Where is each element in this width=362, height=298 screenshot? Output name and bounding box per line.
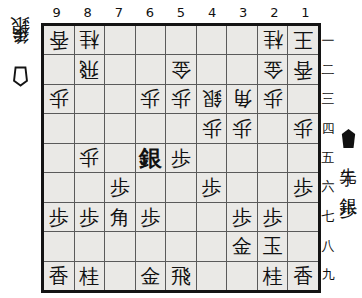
board-cell-7一[interactable] — [105, 26, 135, 54]
gote-piece-1二: 香 — [293, 60, 313, 80]
sente-piece-8九: 桂 — [79, 266, 99, 286]
board-cell-7八[interactable] — [105, 232, 135, 260]
sente-piece-9九: 香 — [49, 266, 69, 286]
sente-piece-3八: 金 — [232, 236, 252, 256]
rank-label-9: 九 — [320, 261, 336, 290]
board-cell-2三[interactable]: 歩 — [258, 85, 288, 113]
sente-piece-6九: 金 — [140, 266, 160, 286]
sente-player-label: 先手 — [340, 154, 357, 160]
sente-piece-7六: 歩 — [110, 177, 130, 197]
sente-piece-9七: 歩 — [49, 207, 69, 227]
gote-piece-1一: 王 — [293, 30, 313, 50]
file-label-2: 2 — [259, 3, 290, 21]
board-cell-5六[interactable] — [166, 173, 196, 201]
gote-piece-3四: 歩 — [232, 119, 252, 139]
board-cell-3八[interactable]: 金 — [227, 232, 257, 260]
sente-panel: 先手 銀歩 — [336, 128, 360, 188]
board-cell-3二[interactable] — [227, 55, 257, 83]
board-cell-3六[interactable] — [227, 173, 257, 201]
board-cell-8八[interactable] — [75, 232, 105, 260]
board-cell-5九[interactable]: 飛 — [166, 262, 196, 290]
gote-piece-5二: 金 — [171, 60, 191, 80]
board-cell-6五[interactable]: 銀 — [136, 144, 166, 172]
board-cell-8九[interactable]: 桂 — [75, 262, 105, 290]
file-label-6: 6 — [134, 3, 165, 21]
board-cell-1四[interactable]: 歩 — [288, 114, 318, 142]
sente-piece-1六: 歩 — [293, 177, 313, 197]
board-cell-4七[interactable] — [197, 203, 227, 231]
rank-label-7: 七 — [320, 202, 336, 231]
board-cell-7四[interactable] — [105, 114, 135, 142]
gote-piece-3三: 角 — [232, 89, 252, 109]
board-cell-2七[interactable]: 歩 — [258, 203, 288, 231]
rank-label-1: 一 — [320, 26, 336, 55]
board-cell-3七[interactable]: 歩 — [227, 203, 257, 231]
board-cell-1六[interactable]: 歩 — [288, 173, 318, 201]
board-cell-9八[interactable] — [44, 232, 74, 260]
board-cell-6六[interactable] — [136, 173, 166, 201]
board-cell-6九[interactable]: 金 — [136, 262, 166, 290]
board-cell-6二[interactable] — [136, 55, 166, 83]
gote-piece-icon — [11, 66, 30, 87]
board-cell-5一[interactable] — [166, 26, 196, 54]
rank-label-2: 二 — [320, 55, 336, 84]
board-cell-9六[interactable] — [44, 173, 74, 201]
board-cell-7六[interactable]: 歩 — [105, 173, 135, 201]
board-cell-6三[interactable]: 歩 — [136, 85, 166, 113]
rank-label-5: 五 — [320, 143, 336, 172]
board-cell-5五[interactable]: 歩 — [166, 144, 196, 172]
board-cell-4八[interactable] — [197, 232, 227, 260]
board-cell-5二[interactable]: 金 — [166, 55, 196, 83]
sente-piece-5五: 歩 — [171, 148, 191, 168]
board-cell-3三[interactable]: 角 — [227, 85, 257, 113]
gote-piece-4四: 歩 — [202, 119, 222, 139]
rank-label-3: 三 — [320, 85, 336, 114]
board-cell-3五[interactable] — [227, 144, 257, 172]
board-cell-4六[interactable]: 歩 — [197, 173, 227, 201]
board-cell-3九[interactable] — [227, 262, 257, 290]
board-cell-6一[interactable] — [136, 26, 166, 54]
board-cell-9二[interactable] — [44, 55, 74, 83]
board-cell-1二[interactable]: 香 — [288, 55, 318, 83]
board-cell-6八[interactable] — [136, 232, 166, 260]
sente-piece-3七: 歩 — [232, 207, 252, 227]
sente-piece-4六: 歩 — [202, 177, 222, 197]
file-label-4: 4 — [197, 3, 228, 21]
sente-piece-1九: 香 — [293, 266, 313, 286]
gote-piece-8一: 桂 — [79, 30, 99, 50]
file-label-1: 1 — [290, 3, 321, 21]
board-cell-8四[interactable] — [75, 114, 105, 142]
board-cell-8一[interactable]: 桂 — [75, 26, 105, 54]
board-cell-2一[interactable]: 桂 — [258, 26, 288, 54]
board-cell-6七[interactable]: 歩 — [136, 203, 166, 231]
board-cell-5四[interactable] — [166, 114, 196, 142]
board-cell-8五[interactable]: 歩 — [75, 144, 105, 172]
board-cell-9四[interactable] — [44, 114, 74, 142]
board-cell-7三[interactable] — [105, 85, 135, 113]
file-label-9: 9 — [41, 3, 72, 21]
board-cell-5三[interactable]: 歩 — [166, 85, 196, 113]
gote-piece-5三: 歩 — [171, 89, 191, 109]
gote-piece-1四: 歩 — [293, 119, 313, 139]
board-cell-8二[interactable]: 飛 — [75, 55, 105, 83]
file-labels: 987654321 — [41, 3, 321, 21]
board-cell-9五[interactable] — [44, 144, 74, 172]
board-cell-4五[interactable] — [197, 144, 227, 172]
board-cell-9九[interactable]: 香 — [44, 262, 74, 290]
sente-piece-6五: 銀 — [139, 146, 162, 169]
gote-panel: 銀 後手 — [7, 14, 33, 87]
board-cell-1五[interactable] — [288, 144, 318, 172]
rank-label-8: 八 — [320, 231, 336, 260]
sente-piece-2九: 桂 — [263, 266, 283, 286]
gote-piece-9三: 歩 — [49, 89, 69, 109]
gote-piece-2二: 金 — [263, 60, 283, 80]
board-cell-9三[interactable]: 歩 — [44, 85, 74, 113]
gote-piece-4三: 銀 — [202, 89, 222, 109]
file-label-5: 5 — [165, 3, 196, 21]
gote-player-label: 後手 — [12, 53, 29, 59]
board-cell-1七[interactable] — [288, 203, 318, 231]
file-label-7: 7 — [103, 3, 134, 21]
gote-hand-piece[interactable]: 銀 — [10, 14, 30, 37]
board-cell-9一[interactable]: 香 — [44, 26, 74, 54]
board-cell-2六[interactable] — [258, 173, 288, 201]
board-cell-8六[interactable] — [75, 173, 105, 201]
rank-label-4: 四 — [320, 114, 336, 143]
board-cell-3一[interactable] — [227, 26, 257, 54]
sente-piece-6七: 歩 — [140, 207, 160, 227]
file-label-8: 8 — [72, 3, 103, 21]
sente-piece-8七: 歩 — [79, 207, 99, 227]
board-cell-7九[interactable] — [105, 262, 135, 290]
board-cell-9七[interactable]: 歩 — [44, 203, 74, 231]
board-cell-7二[interactable] — [105, 55, 135, 83]
sente-piece-2七: 歩 — [263, 207, 283, 227]
gote-piece-2一: 桂 — [263, 30, 283, 50]
board-cell-8七[interactable]: 歩 — [75, 203, 105, 231]
board-cell-2四[interactable] — [258, 114, 288, 142]
board-cell-5八[interactable] — [166, 232, 196, 260]
board-cell-1九[interactable]: 香 — [288, 262, 318, 290]
board-cell-3四[interactable]: 歩 — [227, 114, 257, 142]
shogi-diagram: 銀 後手 987654321 香桂桂王飛金金香歩歩歩銀角歩歩歩歩歩銀歩歩歩歩歩歩… — [0, 0, 362, 298]
board-cell-2二[interactable]: 金 — [258, 55, 288, 83]
gote-piece-8二: 飛 — [79, 60, 99, 80]
board-cell-2八[interactable]: 玉 — [258, 232, 288, 260]
board-cell-2九[interactable]: 桂 — [258, 262, 288, 290]
board-cell-4四[interactable]: 歩 — [197, 114, 227, 142]
sente-hand-pieces[interactable]: 銀歩 — [338, 184, 359, 188]
shogi-board: 香桂桂王飛金金香歩歩歩銀角歩歩歩歩歩銀歩歩歩歩歩歩角歩歩歩金玉香桂金飛桂香 — [41, 23, 321, 293]
file-label-3: 3 — [228, 3, 259, 21]
board-cell-2五[interactable] — [258, 144, 288, 172]
board-cell-7七[interactable]: 角 — [105, 203, 135, 231]
gote-piece-9一: 香 — [49, 30, 69, 50]
board-cell-1三[interactable] — [288, 85, 318, 113]
board-cell-1八[interactable] — [288, 232, 318, 260]
board-cell-8三[interactable] — [75, 85, 105, 113]
sente-piece-icon — [339, 128, 358, 149]
board-cell-4九[interactable] — [197, 262, 227, 290]
rank-labels: 一二三四五六七八九 — [320, 26, 336, 290]
board-cell-4一[interactable] — [197, 26, 227, 54]
board-cell-6四[interactable] — [136, 114, 166, 142]
board-cell-4三[interactable]: 銀 — [197, 85, 227, 113]
sente-piece-5九: 飛 — [171, 266, 191, 286]
gote-piece-2三: 歩 — [263, 89, 283, 109]
board-cell-7五[interactable] — [105, 144, 135, 172]
board-cell-5七[interactable] — [166, 203, 196, 231]
board-cell-4二[interactable] — [197, 55, 227, 83]
gote-piece-8五: 歩 — [79, 148, 99, 168]
board-cell-1一[interactable]: 王 — [288, 26, 318, 54]
sente-piece-7七: 角 — [110, 207, 130, 227]
sente-piece-2八: 玉 — [263, 236, 283, 256]
rank-label-6: 六 — [320, 173, 336, 202]
gote-piece-6三: 歩 — [140, 89, 160, 109]
